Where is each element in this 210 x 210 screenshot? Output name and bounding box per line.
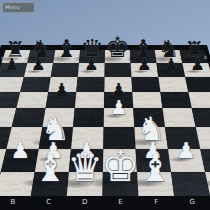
file-label-g: G — [189, 198, 194, 206]
piece-black-pawn-d7[interactable]: ♟ — [61, 57, 121, 73]
file-label-e: E — [118, 198, 122, 206]
piece-black-pawn-c5[interactable]: ♟ — [32, 81, 92, 99]
menu-button-label: Menu — [5, 5, 20, 10]
piece-white-rook-h1[interactable]: ♜ — [195, 153, 210, 186]
piece-black-pawn-b7[interactable]: ♟ — [8, 57, 68, 73]
file-label-b: B — [10, 198, 15, 206]
piece-white-bishop-f1[interactable]: ♝ — [125, 150, 185, 187]
piece-white-rook-a1[interactable]: ♜ — [0, 153, 10, 186]
file-label-c: C — [46, 198, 51, 206]
menu-button[interactable]: Menu — [2, 2, 35, 13]
chess-app-window: ABCDEFGH88 ♜♞♝♛♚♝♞♜♟♟♟♟♟♟♟♟♟♞♞♟♟♟♟♟♟♟♜♝♛… — [0, 0, 210, 210]
file-label-d: D — [82, 198, 87, 206]
file-label-f: F — [154, 198, 158, 206]
piece-black-pawn-h7[interactable]: ♟ — [167, 57, 210, 73]
